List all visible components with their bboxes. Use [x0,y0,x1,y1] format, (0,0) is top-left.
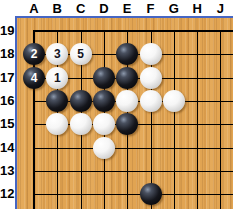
black-stone-E17[interactable] [116,67,138,89]
white-stone-B15[interactable] [46,113,68,135]
white-stone-C18[interactable]: 5 [70,43,92,65]
go-diagram: ABCDEFGHJ 1918171615141312 23541 [0,0,233,209]
row-label-17: 17 [0,70,14,86]
white-stone-B18[interactable]: 3 [46,43,68,65]
column-label-C: C [71,1,91,16]
black-stone-A17[interactable]: 4 [23,67,45,89]
column-label-J: J [210,1,230,16]
move-number-label: 3 [54,43,61,65]
black-stone-D17[interactable] [93,67,115,89]
white-stone-F18[interactable] [140,43,162,65]
column-label-A: A [24,1,44,16]
column-label-D: D [94,1,114,16]
white-stone-D14[interactable] [93,137,115,159]
row-label-16: 16 [0,93,14,109]
black-stone-A18[interactable]: 2 [23,43,45,65]
white-stone-F17[interactable] [140,67,162,89]
row-label-19: 19 [0,23,14,39]
white-stone-B17[interactable]: 1 [46,67,68,89]
move-number-label: 2 [31,43,38,65]
row-label-13: 13 [0,163,14,179]
move-number-label: 1 [54,67,61,89]
row-label-18: 18 [0,46,14,62]
white-stone-E16[interactable] [116,90,138,112]
white-stone-F16[interactable] [140,90,162,112]
black-stone-E15[interactable] [116,113,138,135]
black-stone-E18[interactable] [116,43,138,65]
white-stone-G16[interactable] [163,90,185,112]
black-stone-F12[interactable] [140,183,162,205]
column-label-G: G [164,1,184,16]
move-number-label: 4 [31,67,38,89]
row-label-15: 15 [0,116,14,132]
move-number-label: 5 [77,43,84,65]
column-label-F: F [141,1,161,16]
black-stone-D16[interactable] [93,90,115,112]
white-stone-C15[interactable] [70,113,92,135]
row-label-12: 12 [0,186,14,202]
go-board-grid[interactable]: 23541 [22,19,232,205]
white-stone-D15[interactable] [93,113,115,135]
column-label-H: H [187,1,207,16]
row-label-14: 14 [0,140,14,156]
black-stone-C16[interactable] [70,90,92,112]
column-label-E: E [117,1,137,16]
black-stone-B16[interactable] [46,90,68,112]
column-label-B: B [47,1,67,16]
